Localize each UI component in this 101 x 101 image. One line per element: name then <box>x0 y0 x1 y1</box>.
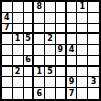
cell-r4c7[interactable] <box>67 34 78 45</box>
cell-r3c2[interactable] <box>13 24 24 35</box>
given-digit: 3 <box>91 78 97 86</box>
given-digit: 2 <box>47 35 53 43</box>
sudoku-board: 81471529462159367 <box>0 0 101 101</box>
cell-r6c9[interactable] <box>88 56 99 67</box>
cell-r7c7[interactable] <box>67 67 78 78</box>
cell-r6c6[interactable] <box>56 56 67 67</box>
cell-r4c8[interactable] <box>77 34 88 45</box>
given-digit: 9 <box>57 46 63 54</box>
cell-r8c7[interactable]: 9 <box>67 77 78 88</box>
cell-r4c1[interactable] <box>2 34 13 45</box>
cell-r5c9[interactable] <box>88 45 99 56</box>
cell-r7c4[interactable]: 1 <box>34 67 45 78</box>
cell-r2c3[interactable] <box>24 13 35 24</box>
cell-r7c9[interactable] <box>88 67 99 78</box>
cell-r2c8[interactable] <box>77 13 88 24</box>
cell-r7c2[interactable]: 2 <box>13 67 24 78</box>
cell-r4c5[interactable]: 2 <box>45 34 56 45</box>
cell-r8c1[interactable] <box>2 77 13 88</box>
cell-r3c8[interactable] <box>77 24 88 35</box>
cell-r9c2[interactable] <box>13 88 24 99</box>
cell-r8c5[interactable] <box>45 77 56 88</box>
cell-r2c6[interactable] <box>56 13 67 24</box>
cell-r8c9[interactable]: 3 <box>88 77 99 88</box>
cell-r2c2[interactable] <box>13 13 24 24</box>
cell-r7c3[interactable] <box>24 67 35 78</box>
cell-r1c6[interactable] <box>56 2 67 13</box>
cell-r9c4[interactable]: 6 <box>34 88 45 99</box>
cell-r4c6[interactable] <box>56 34 67 45</box>
cell-r2c1[interactable]: 4 <box>2 13 13 24</box>
cell-r8c3[interactable] <box>24 77 35 88</box>
cell-r2c4[interactable] <box>34 13 45 24</box>
given-digit: 1 <box>80 3 86 11</box>
cell-r2c9[interactable] <box>88 13 99 24</box>
cell-r3c9[interactable] <box>88 24 99 35</box>
cell-r9c9[interactable] <box>88 88 99 99</box>
given-digit: 6 <box>25 56 31 64</box>
cell-r6c4[interactable] <box>34 56 45 67</box>
given-digit: 8 <box>36 3 42 11</box>
given-digit: 1 <box>36 68 42 76</box>
cell-r6c7[interactable] <box>67 56 78 67</box>
cell-r5c4[interactable] <box>34 45 45 56</box>
cell-r4c4[interactable] <box>34 34 45 45</box>
cell-r7c5[interactable]: 5 <box>45 67 56 78</box>
given-digit: 2 <box>15 68 21 76</box>
cell-r2c5[interactable] <box>45 13 56 24</box>
cell-r8c6[interactable] <box>56 77 67 88</box>
cell-r1c8[interactable]: 1 <box>77 2 88 13</box>
given-digit: 1 <box>15 35 21 43</box>
cell-r4c3[interactable]: 5 <box>24 34 35 45</box>
cell-r6c5[interactable] <box>45 56 56 67</box>
cell-r2c7[interactable] <box>67 13 78 24</box>
cell-r1c4[interactable]: 8 <box>34 2 45 13</box>
cell-r7c8[interactable] <box>77 67 88 78</box>
cell-r3c1[interactable]: 7 <box>2 24 13 35</box>
cell-r6c3[interactable]: 6 <box>24 56 35 67</box>
cell-r1c2[interactable] <box>13 2 24 13</box>
cell-r7c1[interactable] <box>2 67 13 78</box>
cell-r3c7[interactable] <box>67 24 78 35</box>
cell-r9c3[interactable] <box>24 88 35 99</box>
cell-r9c7[interactable]: 7 <box>67 88 78 99</box>
cell-r1c7[interactable] <box>67 2 78 13</box>
cell-r4c2[interactable]: 1 <box>13 34 24 45</box>
given-digit: 5 <box>25 35 31 43</box>
cell-r1c5[interactable] <box>45 2 56 13</box>
given-digit: 4 <box>69 46 75 54</box>
given-digit: 6 <box>36 90 42 98</box>
cell-r9c1[interactable] <box>2 88 13 99</box>
cell-r3c3[interactable] <box>24 24 35 35</box>
cell-r3c4[interactable] <box>34 24 45 35</box>
cell-r5c6[interactable]: 9 <box>56 45 67 56</box>
cell-r3c6[interactable] <box>56 24 67 35</box>
cell-r5c3[interactable] <box>24 45 35 56</box>
given-digit: 7 <box>4 24 10 32</box>
cell-r5c5[interactable] <box>45 45 56 56</box>
cell-r1c1[interactable] <box>2 2 13 13</box>
cell-r9c8[interactable] <box>77 88 88 99</box>
given-digit: 5 <box>47 68 53 76</box>
given-digit: 9 <box>69 78 75 86</box>
cell-r8c8[interactable] <box>77 77 88 88</box>
cell-r9c6[interactable] <box>56 88 67 99</box>
cell-r5c2[interactable] <box>13 45 24 56</box>
cell-r9c5[interactable] <box>45 88 56 99</box>
cell-r6c1[interactable] <box>2 56 13 67</box>
cell-r6c8[interactable] <box>77 56 88 67</box>
cell-r5c1[interactable] <box>2 45 13 56</box>
cell-r8c2[interactable] <box>13 77 24 88</box>
given-digit: 4 <box>4 14 10 22</box>
cell-r1c3[interactable] <box>24 2 35 13</box>
cell-r8c4[interactable] <box>34 77 45 88</box>
given-digit: 7 <box>69 90 75 98</box>
cell-r1c9[interactable] <box>88 2 99 13</box>
cell-r4c9[interactable] <box>88 34 99 45</box>
cell-r3c5[interactable] <box>45 24 56 35</box>
cell-r7c6[interactable] <box>56 67 67 78</box>
cell-r5c8[interactable] <box>77 45 88 56</box>
cell-r5c7[interactable]: 4 <box>67 45 78 56</box>
cell-r6c2[interactable] <box>13 56 24 67</box>
